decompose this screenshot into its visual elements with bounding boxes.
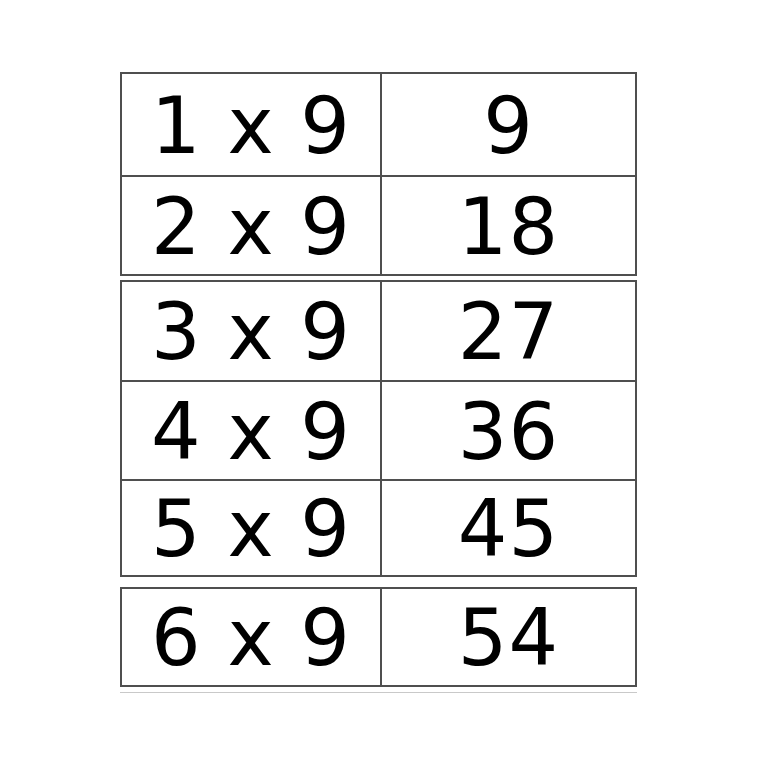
flashcard-row-4: 4 x 9 36: [120, 380, 637, 481]
expression-cell-1: 1 x 9: [122, 74, 380, 175]
answer-cell-2: 18: [380, 177, 635, 274]
row-gap: [120, 577, 637, 587]
answer-cell-3: 27: [380, 282, 635, 380]
answer-cell-1: 9: [380, 74, 635, 175]
flashcard-sheet: 1 x 9 9 2 x 9 18 3 x 9 27 4 x 9 36 5 x 9…: [0, 0, 768, 766]
next-row-edge-line: [120, 692, 637, 693]
flashcard-row-6: 6 x 9 54: [120, 587, 637, 687]
expression-cell-3: 3 x 9: [122, 282, 380, 380]
expression-cell-6: 6 x 9: [122, 589, 380, 685]
answer-cell-6: 54: [380, 589, 635, 685]
flashcard-row-1: 1 x 9 9: [120, 72, 637, 177]
flashcards-table: 1 x 9 9 2 x 9 18 3 x 9 27 4 x 9 36 5 x 9…: [120, 72, 637, 687]
answer-cell-4: 36: [380, 382, 635, 479]
answer-cell-5: 45: [380, 481, 635, 575]
flashcard-row-2: 2 x 9 18: [120, 175, 637, 276]
flashcard-row-5: 5 x 9 45: [120, 479, 637, 577]
flashcard-row-3: 3 x 9 27: [120, 280, 637, 382]
expression-cell-2: 2 x 9: [122, 177, 380, 274]
expression-cell-5: 5 x 9: [122, 481, 380, 575]
expression-cell-4: 4 x 9: [122, 382, 380, 479]
